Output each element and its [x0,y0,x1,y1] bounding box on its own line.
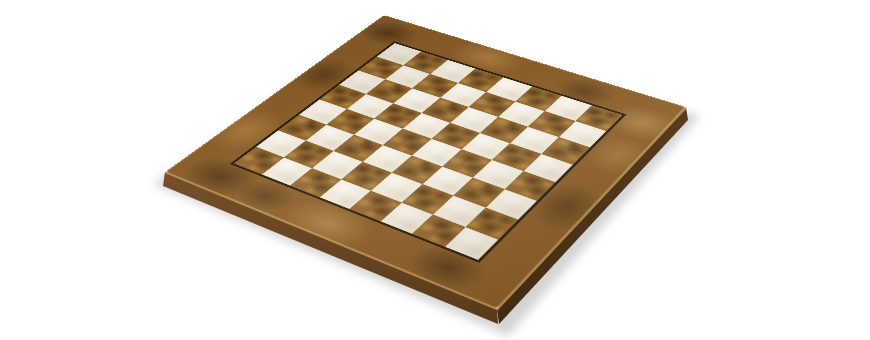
product-photo-scene [0,0,870,340]
